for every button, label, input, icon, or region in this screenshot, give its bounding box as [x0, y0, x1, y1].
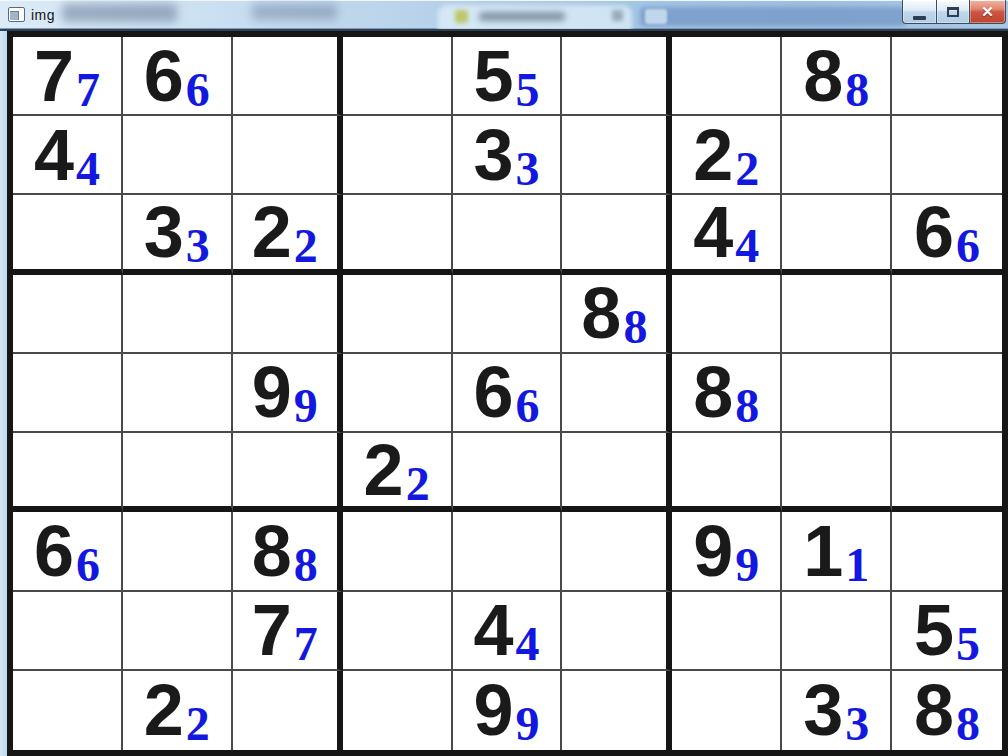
cell-r3c4 [343, 195, 453, 274]
cell-r9c3 [233, 671, 343, 750]
printed-digit: 2 [364, 434, 404, 506]
cell-r3c5 [453, 195, 563, 274]
cell-r2c1: 44 [13, 116, 123, 195]
app-window-icon [8, 7, 25, 22]
ocr-digit: 9 [516, 700, 540, 748]
printed-digit: 6 [914, 196, 954, 268]
cell-r9c8: 33 [782, 671, 892, 750]
window-title: img [31, 7, 55, 23]
cell-r2c5: 33 [453, 116, 563, 195]
cell-r4c8 [782, 275, 892, 354]
ocr-digit: 2 [406, 460, 430, 508]
ocr-digit: 5 [956, 620, 980, 668]
background-blur [62, 4, 177, 22]
cell-r7c3: 88 [233, 512, 343, 591]
printed-digit: 8 [693, 356, 733, 428]
printed-digit: 7 [252, 594, 292, 666]
cell-r3c8 [782, 195, 892, 274]
cell-r4c4 [343, 275, 453, 354]
cell-r5c1 [13, 354, 123, 433]
cell-r7c5 [453, 512, 563, 591]
printed-digit: 4 [693, 196, 733, 268]
cell-r7c1: 66 [13, 512, 123, 591]
printed-digit: 3 [473, 119, 513, 191]
cell-r8c3: 77 [233, 592, 343, 671]
ocr-digit: 9 [735, 541, 759, 589]
ocr-digit: 3 [516, 145, 540, 193]
cell-r1c3 [233, 37, 343, 116]
cell-r3c1 [13, 195, 123, 274]
background-blur-tab [438, 5, 632, 31]
app-window-icon-pane [10, 11, 19, 20]
cell-r3c9: 66 [892, 195, 1002, 274]
maximize-button[interactable] [936, 0, 970, 24]
printed-digit: 5 [473, 40, 513, 112]
cell-r9c2: 22 [123, 671, 233, 750]
ocr-digit: 3 [845, 700, 869, 748]
cell-r1c2: 66 [123, 37, 233, 116]
cell-r5c3: 99 [233, 354, 343, 433]
ocr-digit: 8 [623, 303, 647, 351]
cell-r4c2 [123, 275, 233, 354]
cell-r8c4 [343, 592, 453, 671]
cell-r2c3 [233, 116, 343, 195]
close-button[interactable]: ✕ [970, 0, 1006, 24]
printed-digit: 1 [803, 515, 843, 587]
cell-r6c7 [672, 433, 782, 512]
cell-r8c9: 55 [892, 592, 1002, 671]
cell-r6c8 [782, 433, 892, 512]
printed-digit: 7 [34, 40, 74, 112]
printed-digit: 3 [144, 196, 184, 268]
cell-r5c5: 66 [453, 354, 563, 433]
cell-r2c2 [123, 116, 233, 195]
printed-digit: 3 [803, 674, 843, 746]
cell-r2c8 [782, 116, 892, 195]
ocr-digit: 7 [294, 620, 318, 668]
background-blur-tab-text [479, 12, 565, 21]
cell-r9c5: 99 [453, 671, 563, 750]
printed-digit: 2 [252, 196, 292, 268]
printed-digit: 2 [144, 674, 184, 746]
cell-r3c7: 44 [672, 195, 782, 274]
cell-r6c6 [562, 433, 672, 512]
ocr-digit: 1 [845, 541, 869, 589]
ocr-digit: 2 [294, 222, 318, 270]
printed-digit: 9 [693, 515, 733, 587]
printed-digit: 4 [34, 119, 74, 191]
cell-r1c9 [892, 37, 1002, 116]
printed-digit: 9 [252, 356, 292, 428]
cell-r1c1: 77 [13, 37, 123, 116]
minimize-button[interactable] [902, 0, 936, 24]
sudoku-board: 7766558844332233224466889966882266889911… [7, 31, 1008, 756]
cell-r8c8 [782, 592, 892, 671]
cell-r7c7: 99 [672, 512, 782, 591]
cell-r5c8 [782, 354, 892, 433]
cell-r7c9 [892, 512, 1002, 591]
printed-digit: 6 [144, 40, 184, 112]
cell-r7c8: 11 [782, 512, 892, 591]
cell-r6c4: 22 [343, 433, 453, 512]
cell-r8c5: 44 [453, 592, 563, 671]
window-controls: ✕ [902, 0, 1006, 24]
cell-r8c6 [562, 592, 672, 671]
cell-r7c2 [123, 512, 233, 591]
cell-r8c7 [672, 592, 782, 671]
cell-r6c3 [233, 433, 343, 512]
window-frame-left [0, 31, 7, 756]
cell-r5c2 [123, 354, 233, 433]
printed-digit: 5 [914, 594, 954, 666]
cell-r1c4 [343, 37, 453, 116]
printed-digit: 8 [803, 40, 843, 112]
cell-r4c6: 88 [562, 275, 672, 354]
ocr-digit: 8 [294, 541, 318, 589]
ocr-digit: 7 [76, 66, 100, 114]
cell-r1c5: 55 [453, 37, 563, 116]
cell-r3c6 [562, 195, 672, 274]
background-blur-tab-icon [455, 10, 468, 23]
cell-r2c7: 22 [672, 116, 782, 195]
ocr-digit: 6 [516, 382, 540, 430]
cell-r1c6 [562, 37, 672, 116]
cell-r4c5 [453, 275, 563, 354]
cell-r5c4 [343, 354, 453, 433]
ocr-digit: 2 [186, 700, 210, 748]
cell-r2c9 [892, 116, 1002, 195]
ocr-digit: 4 [76, 145, 100, 193]
cell-r3c2: 33 [123, 195, 233, 274]
cell-r3c3: 22 [233, 195, 343, 274]
cell-r7c6 [562, 512, 672, 591]
minimize-icon [913, 16, 926, 20]
printed-digit: 9 [473, 674, 513, 746]
cell-r9c4 [343, 671, 453, 750]
printed-digit: 8 [581, 277, 621, 349]
ocr-digit: 3 [186, 222, 210, 270]
ocr-digit: 6 [76, 541, 100, 589]
cell-r7c4 [343, 512, 453, 591]
cell-r1c7 [672, 37, 782, 116]
printed-digit: 2 [693, 119, 733, 191]
cell-r9c9: 88 [892, 671, 1002, 750]
cell-r4c9 [892, 275, 1002, 354]
ocr-digit: 8 [845, 66, 869, 114]
background-blur [252, 4, 337, 20]
close-icon: ✕ [981, 4, 994, 19]
cell-r5c7: 88 [672, 354, 782, 433]
ocr-digit: 6 [186, 66, 210, 114]
cell-r4c3 [233, 275, 343, 354]
cell-r5c9 [892, 354, 1002, 433]
printed-digit: 6 [34, 515, 74, 587]
cell-r8c2 [123, 592, 233, 671]
cell-r9c1 [13, 671, 123, 750]
cell-r6c2 [123, 433, 233, 512]
ocr-digit: 5 [516, 66, 540, 114]
background-blur-bar [640, 7, 906, 26]
cell-r6c1 [13, 433, 123, 512]
cell-r2c4 [343, 116, 453, 195]
printed-digit: 4 [473, 594, 513, 666]
ocr-digit: 8 [735, 382, 759, 430]
cell-r1c8: 88 [782, 37, 892, 116]
background-blur-bar-light [645, 9, 667, 24]
cell-r8c1 [13, 592, 123, 671]
ocr-digit: 6 [956, 222, 980, 270]
window-titlebar[interactable]: img ✕ [0, 0, 1008, 31]
cell-r4c1 [13, 275, 123, 354]
cell-r5c6 [562, 354, 672, 433]
ocr-digit: 9 [294, 382, 318, 430]
cell-r6c9 [892, 433, 1002, 512]
cell-r6c5 [453, 433, 563, 512]
ocr-digit: 2 [735, 145, 759, 193]
ocr-digit: 8 [956, 700, 980, 748]
printed-digit: 8 [252, 515, 292, 587]
ocr-digit: 4 [735, 222, 759, 270]
printed-digit: 8 [914, 674, 954, 746]
opencv-image-window: img ✕ 7766558844332233224466889966882266… [0, 0, 1008, 756]
background-blur-tab-close [612, 10, 623, 21]
cell-r9c7 [672, 671, 782, 750]
cell-r9c6 [562, 671, 672, 750]
cell-r4c7 [672, 275, 782, 354]
printed-digit: 6 [473, 356, 513, 428]
maximize-icon [947, 7, 959, 17]
cell-r2c6 [562, 116, 672, 195]
ocr-digit: 4 [516, 620, 540, 668]
